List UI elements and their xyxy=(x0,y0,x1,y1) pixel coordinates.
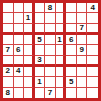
cell-r2c7[interactable] xyxy=(66,13,77,23)
cell-r8c9[interactable] xyxy=(87,77,98,87)
cell-r9c7[interactable] xyxy=(66,88,77,98)
sudoku-board: 84175167693241587 xyxy=(0,0,101,101)
cell-r7c3[interactable] xyxy=(24,67,35,77)
cell-r8c2[interactable] xyxy=(14,77,25,87)
cell-r1c7[interactable] xyxy=(66,3,77,13)
cell-r7c2: 4 xyxy=(14,67,25,77)
cell-r5c5[interactable] xyxy=(45,45,56,55)
cell-r5c6[interactable] xyxy=(56,45,67,55)
cell-r3c5[interactable] xyxy=(45,24,56,35)
cell-r9c6[interactable] xyxy=(56,88,67,98)
cell-r9c8[interactable] xyxy=(77,88,88,98)
cell-r3c6[interactable] xyxy=(56,24,67,35)
cell-r4c6: 1 xyxy=(56,35,67,45)
cell-r1c2[interactable] xyxy=(14,3,25,13)
cell-r7c9[interactable] xyxy=(87,67,98,77)
cell-r8c7: 5 xyxy=(66,77,77,87)
cell-r3c2[interactable] xyxy=(14,24,25,35)
cell-r2c1[interactable] xyxy=(3,13,14,23)
cell-r7c5[interactable] xyxy=(45,67,56,77)
cell-r3c7[interactable] xyxy=(66,24,77,35)
cell-r4c3[interactable] xyxy=(24,35,35,45)
cell-r4c1[interactable] xyxy=(3,35,14,45)
cell-r9c4[interactable] xyxy=(35,88,46,98)
cell-r6c9[interactable] xyxy=(87,56,98,67)
cell-r3c8: 7 xyxy=(77,24,88,35)
cell-r1c9: 4 xyxy=(87,3,98,13)
cell-r1c3[interactable] xyxy=(24,3,35,13)
cell-r4c8[interactable] xyxy=(77,35,88,45)
cell-r9c1: 8 xyxy=(3,88,14,98)
cell-r9c2[interactable] xyxy=(14,88,25,98)
cell-r6c7[interactable] xyxy=(66,56,77,67)
cell-r6c8[interactable] xyxy=(77,56,88,67)
cell-r6c6[interactable] xyxy=(56,56,67,67)
cell-r4c9[interactable] xyxy=(87,35,98,45)
cell-r8c1[interactable] xyxy=(3,77,14,87)
cell-r5c1: 7 xyxy=(3,45,14,55)
cell-r2c5[interactable] xyxy=(45,13,56,23)
cell-r1c1[interactable] xyxy=(3,3,14,13)
cell-r4c5[interactable] xyxy=(45,35,56,45)
cell-r5c9[interactable] xyxy=(87,45,98,55)
cell-r2c9[interactable] xyxy=(87,13,98,23)
cell-r1c4[interactable] xyxy=(35,3,46,13)
cell-r3c9[interactable] xyxy=(87,24,98,35)
cell-r7c7[interactable] xyxy=(66,67,77,77)
cell-r6c1[interactable] xyxy=(3,56,14,67)
cell-r6c3[interactable] xyxy=(24,56,35,67)
cell-r8c4: 1 xyxy=(35,77,46,87)
cell-r8c3[interactable] xyxy=(24,77,35,87)
cell-r4c7: 6 xyxy=(66,35,77,45)
cell-r5c7[interactable] xyxy=(66,45,77,55)
cell-r1c6[interactable] xyxy=(56,3,67,13)
cell-r1c8[interactable] xyxy=(77,3,88,13)
cell-r9c5: 7 xyxy=(45,88,56,98)
cell-r8c8[interactable] xyxy=(77,77,88,87)
cell-r6c4: 3 xyxy=(35,56,46,67)
cell-r2c3: 1 xyxy=(24,13,35,23)
cell-r7c6[interactable] xyxy=(56,67,67,77)
cell-r9c9[interactable] xyxy=(87,88,98,98)
cell-r3c3[interactable] xyxy=(24,24,35,35)
cell-r4c2[interactable] xyxy=(14,35,25,45)
cell-r3c4[interactable] xyxy=(35,24,46,35)
cell-r7c8[interactable] xyxy=(77,67,88,77)
cell-r1c5: 8 xyxy=(45,3,56,13)
cell-r4c4: 5 xyxy=(35,35,46,45)
cell-r3c1[interactable] xyxy=(3,24,14,35)
cell-r7c4[interactable] xyxy=(35,67,46,77)
cell-r2c2[interactable] xyxy=(14,13,25,23)
cell-r6c5[interactable] xyxy=(45,56,56,67)
cell-r5c2: 6 xyxy=(14,45,25,55)
cell-r8c5[interactable] xyxy=(45,77,56,87)
cell-r9c3[interactable] xyxy=(24,88,35,98)
cell-r5c8: 9 xyxy=(77,45,88,55)
cell-r6c2[interactable] xyxy=(14,56,25,67)
cell-r8c6[interactable] xyxy=(56,77,67,87)
cell-r7c1: 2 xyxy=(3,67,14,77)
cell-r2c4[interactable] xyxy=(35,13,46,23)
cell-r5c3[interactable] xyxy=(24,45,35,55)
cell-r2c6[interactable] xyxy=(56,13,67,23)
